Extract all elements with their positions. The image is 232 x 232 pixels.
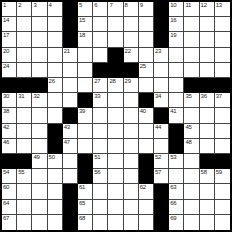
cell-r1-c14[interactable]: [215, 17, 230, 32]
cell-r0-c8[interactable]: 8: [124, 2, 139, 17]
cell-r13-c14[interactable]: [215, 200, 230, 215]
cell-r11-c7[interactable]: [108, 169, 123, 184]
clue-number: 69: [170, 215, 176, 222]
cell-r12-c13[interactable]: [200, 184, 215, 199]
cell-r11-c8[interactable]: [124, 169, 139, 184]
clue-number: 54: [3, 169, 9, 176]
cell-r5-c5[interactable]: [78, 78, 93, 93]
cell-r9-c5[interactable]: [78, 139, 93, 154]
clue-number: 9: [140, 2, 143, 9]
cell-r0-c1[interactable]: 2: [17, 2, 32, 17]
cell-r11-c3[interactable]: [48, 169, 63, 184]
block-cell-r0-c10: [154, 2, 169, 17]
cell-r13-c11[interactable]: 66: [169, 200, 184, 215]
clue-number: 61: [79, 184, 85, 191]
clue-number: 12: [201, 2, 207, 9]
cell-r6-c1[interactable]: 31: [17, 93, 32, 108]
clue-number: 36: [201, 93, 207, 100]
cell-r8-c0[interactable]: 42: [2, 124, 17, 139]
clue-number: 62: [140, 184, 146, 191]
clue-number: 29: [125, 78, 131, 85]
cell-r3-c13[interactable]: [200, 48, 215, 63]
cell-r3-c14[interactable]: [215, 48, 230, 63]
block-cell-r3-c7: [108, 48, 123, 63]
cell-r7-c11[interactable]: 41: [169, 108, 184, 123]
cell-r8-c9[interactable]: [139, 124, 154, 139]
cell-r10-c6[interactable]: 51: [93, 154, 108, 169]
cell-r2-c14[interactable]: [215, 32, 230, 47]
cell-r9-c7[interactable]: [108, 139, 123, 154]
cell-r2-c11[interactable]: 19: [169, 32, 184, 47]
cell-r8-c13[interactable]: [200, 124, 215, 139]
cell-r2-c2[interactable]: [32, 32, 47, 47]
cell-r7-c5[interactable]: 39: [78, 108, 93, 123]
clue-number: 10: [170, 2, 176, 9]
cell-r11-c14[interactable]: 59: [215, 169, 230, 184]
cell-r1-c11[interactable]: 16: [169, 17, 184, 32]
block-cell-r11-c5: [78, 169, 93, 184]
clue-number: 55: [18, 169, 24, 176]
clue-number: 57: [155, 169, 161, 176]
cell-r6-c14[interactable]: 37: [215, 93, 230, 108]
cell-r4-c10[interactable]: [154, 63, 169, 78]
clue-number: 67: [3, 215, 9, 222]
block-cell-r1-c4: [63, 17, 78, 32]
cell-r13-c9[interactable]: [139, 200, 154, 215]
cell-r13-c6[interactable]: [93, 200, 108, 215]
cell-r2-c5[interactable]: 18: [78, 32, 93, 47]
block-cell-r9-c3: [48, 139, 63, 154]
clue-number: 13: [216, 2, 222, 9]
block-cell-r4-c8: [124, 63, 139, 78]
cell-r9-c4[interactable]: 47: [63, 139, 78, 154]
cell-r4-c5[interactable]: [78, 63, 93, 78]
clue-number: 16: [170, 17, 176, 24]
cell-r11-c12[interactable]: [184, 169, 199, 184]
block-cell-r5-c1: [17, 78, 32, 93]
cell-r2-c3[interactable]: [48, 32, 63, 47]
cell-r1-c3[interactable]: [48, 17, 63, 32]
clue-number: 23: [155, 48, 161, 55]
cell-r9-c14[interactable]: [215, 139, 230, 154]
clue-number: 2: [18, 2, 21, 9]
clue-number: 49: [33, 154, 39, 161]
cell-r1-c8[interactable]: [124, 17, 139, 32]
cell-r3-c9[interactable]: [139, 48, 154, 63]
clue-number: 21: [64, 48, 70, 55]
block-cell-r4-c6: [93, 63, 108, 78]
block-cell-r10-c14: [215, 154, 230, 169]
clue-number: 40: [140, 108, 146, 115]
clue-number: 17: [3, 32, 9, 39]
cell-r7-c1[interactable]: [17, 108, 32, 123]
cell-r5-c9[interactable]: [139, 78, 154, 93]
cell-r14-c0[interactable]: 67: [2, 215, 17, 230]
cell-r11-c4[interactable]: [63, 169, 78, 184]
cell-r7-c12[interactable]: [184, 108, 199, 123]
clue-number: 34: [155, 93, 161, 100]
clue-number: 47: [64, 139, 70, 146]
cell-r14-c6[interactable]: [93, 215, 108, 230]
cell-r13-c12[interactable]: [184, 200, 199, 215]
cell-r6-c0[interactable]: 30: [2, 93, 17, 108]
block-cell-r0-c4: [63, 2, 78, 17]
block-cell-r5-c2: [32, 78, 47, 93]
cell-r1-c5[interactable]: 15: [78, 17, 93, 32]
cell-r12-c6[interactable]: [93, 184, 108, 199]
clue-number: 66: [170, 200, 176, 207]
cell-r14-c14[interactable]: [215, 215, 230, 230]
cell-r11-c1[interactable]: 55: [17, 169, 32, 184]
cell-r1-c1[interactable]: [17, 17, 32, 32]
cell-r9-c10[interactable]: [154, 139, 169, 154]
cell-r14-c13[interactable]: [200, 215, 215, 230]
block-cell-r4-c7: [108, 63, 123, 78]
cell-r5-c4[interactable]: [63, 78, 78, 93]
cell-r0-c12[interactable]: 11: [184, 2, 199, 17]
cell-r12-c1[interactable]: [17, 184, 32, 199]
cell-r3-c10[interactable]: 23: [154, 48, 169, 63]
cell-r7-c9[interactable]: 40: [139, 108, 154, 123]
cell-r12-c2[interactable]: [32, 184, 47, 199]
cell-r5-c6[interactable]: 27: [93, 78, 108, 93]
block-cell-r10-c0: [2, 154, 17, 169]
cell-r11-c6[interactable]: 56: [93, 169, 108, 184]
cell-r6-c3[interactable]: [48, 93, 63, 108]
cell-r1-c13[interactable]: [200, 17, 215, 32]
cell-r6-c8[interactable]: [124, 93, 139, 108]
cell-r4-c9[interactable]: 25: [139, 63, 154, 78]
cell-r1-c9[interactable]: [139, 17, 154, 32]
block-cell-r2-c10: [154, 32, 169, 47]
cell-r1-c12[interactable]: [184, 17, 199, 32]
clue-number: 68: [79, 215, 85, 222]
cell-r14-c12[interactable]: [184, 215, 199, 230]
cell-r14-c1[interactable]: [17, 215, 32, 230]
cell-r9-c6[interactable]: [93, 139, 108, 154]
cell-r9-c1[interactable]: [17, 139, 32, 154]
cell-r12-c9[interactable]: 62: [139, 184, 154, 199]
cell-r11-c2[interactable]: [32, 169, 47, 184]
clue-number: 46: [3, 139, 9, 146]
clue-number: 48: [185, 139, 191, 146]
block-cell-r12-c4: [63, 184, 78, 199]
cell-r4-c1[interactable]: [17, 63, 32, 78]
cell-r13-c1[interactable]: [17, 200, 32, 215]
clue-number: 52: [155, 154, 161, 161]
cell-r1-c2[interactable]: [32, 17, 47, 32]
clue-number: 5: [79, 2, 82, 9]
block-cell-r10-c13: [200, 154, 215, 169]
block-cell-r12-c10: [154, 184, 169, 199]
cell-r6-c2[interactable]: 32: [32, 93, 47, 108]
cell-r13-c8[interactable]: [124, 200, 139, 215]
block-cell-r5-c0: [2, 78, 17, 93]
clue-number: 45: [185, 124, 191, 131]
cell-r9-c13[interactable]: [200, 139, 215, 154]
clue-number: 60: [3, 184, 9, 191]
clue-number: 15: [79, 17, 85, 24]
cell-r7-c6[interactable]: [93, 108, 108, 123]
clue-number: 56: [94, 169, 100, 176]
block-cell-r8-c3: [48, 124, 63, 139]
cell-r14-c2[interactable]: [32, 215, 47, 230]
cell-r4-c11[interactable]: [169, 63, 184, 78]
cell-r10-c8[interactable]: [124, 154, 139, 169]
cell-r8-c4[interactable]: 43: [63, 124, 78, 139]
cell-r5-c11[interactable]: [169, 78, 184, 93]
clue-number: 35: [185, 93, 191, 100]
cell-r2-c7[interactable]: [108, 32, 123, 47]
clue-number: 43: [64, 124, 70, 131]
cell-r3-c3[interactable]: [48, 48, 63, 63]
cell-r12-c5[interactable]: 61: [78, 184, 93, 199]
cell-r9-c2[interactable]: [32, 139, 47, 154]
cell-r12-c0[interactable]: 60: [2, 184, 17, 199]
block-cell-r14-c10: [154, 215, 169, 230]
cell-r5-c3[interactable]: 26: [48, 78, 63, 93]
block-cell-r1-c10: [154, 17, 169, 32]
cell-r8-c6[interactable]: [93, 124, 108, 139]
crossword-grid: 1234567891011121314151617181920212223242…: [0, 0, 232, 232]
clue-number: 41: [170, 108, 176, 115]
clue-number: 18: [79, 32, 85, 39]
cell-r4-c13[interactable]: [200, 63, 215, 78]
clue-number: 38: [3, 108, 9, 115]
cell-r9-c9[interactable]: [139, 139, 154, 154]
clue-number: 19: [170, 32, 176, 39]
cell-r11-c13[interactable]: 58: [200, 169, 215, 184]
cell-r13-c13[interactable]: [200, 200, 215, 215]
block-cell-r5-c13: [200, 78, 215, 93]
cell-r12-c8[interactable]: [124, 184, 139, 199]
cell-r4-c0[interactable]: 24: [2, 63, 17, 78]
cell-r14-c7[interactable]: [108, 215, 123, 230]
clue-number: 4: [49, 2, 52, 9]
cell-r14-c3[interactable]: [48, 215, 63, 230]
cell-r6-c11[interactable]: [169, 93, 184, 108]
clue-number: 50: [49, 154, 55, 161]
clue-number: 63: [170, 184, 176, 191]
clue-number: 6: [94, 2, 97, 9]
cell-r12-c14[interactable]: [215, 184, 230, 199]
cell-r2-c9[interactable]: [139, 32, 154, 47]
block-cell-r8-c11: [169, 124, 184, 139]
cell-r7-c0[interactable]: 38: [2, 108, 17, 123]
cell-r6-c12[interactable]: 35: [184, 93, 199, 108]
cell-r6-c7[interactable]: [108, 93, 123, 108]
clue-number: 33: [94, 93, 100, 100]
cell-r10-c12[interactable]: [184, 154, 199, 169]
cell-r11-c0[interactable]: 54: [2, 169, 17, 184]
cell-r0-c2[interactable]: 3: [32, 2, 47, 17]
clue-number: 1: [3, 2, 6, 9]
clue-number: 14: [3, 17, 9, 24]
cell-r14-c11[interactable]: 69: [169, 215, 184, 230]
cell-r8-c10[interactable]: 44: [154, 124, 169, 139]
cell-r13-c3[interactable]: [48, 200, 63, 215]
cell-r11-c10[interactable]: 57: [154, 169, 169, 184]
cell-r4-c2[interactable]: [32, 63, 47, 78]
cell-r14-c8[interactable]: [124, 215, 139, 230]
block-cell-r6-c5: [78, 93, 93, 108]
cell-r8-c1[interactable]: [17, 124, 32, 139]
clue-number: 30: [3, 93, 9, 100]
block-cell-r7-c10: [154, 108, 169, 123]
clue-number: 27: [94, 78, 100, 85]
cell-r6-c10[interactable]: 34: [154, 93, 169, 108]
block-cell-r5-c12: [184, 78, 199, 93]
clue-number: 37: [216, 93, 222, 100]
cell-r4-c3[interactable]: [48, 63, 63, 78]
clue-number: 24: [3, 63, 9, 70]
block-cell-r11-c9: [139, 169, 154, 184]
cell-r13-c5[interactable]: 65: [78, 200, 93, 215]
cell-r12-c3[interactable]: [48, 184, 63, 199]
cell-r14-c9[interactable]: [139, 215, 154, 230]
cell-r0-c5[interactable]: 5: [78, 2, 93, 17]
cell-r7-c14[interactable]: [215, 108, 230, 123]
cell-r3-c6[interactable]: [93, 48, 108, 63]
cell-r6-c4[interactable]: [63, 93, 78, 108]
cell-r0-c7[interactable]: 7: [108, 2, 123, 17]
clue-number: 58: [201, 169, 207, 176]
cell-r0-c14[interactable]: 13: [215, 2, 230, 17]
clue-number: 44: [155, 124, 161, 131]
clue-number: 59: [216, 169, 222, 176]
clue-number: 11: [185, 2, 191, 9]
cell-r3-c4[interactable]: 21: [63, 48, 78, 63]
block-cell-r2-c4: [63, 32, 78, 47]
cell-r12-c12[interactable]: [184, 184, 199, 199]
block-cell-r10-c5: [78, 154, 93, 169]
cell-r6-c13[interactable]: 36: [200, 93, 215, 108]
cell-r13-c7[interactable]: [108, 200, 123, 215]
cell-r5-c8[interactable]: 29: [124, 78, 139, 93]
cell-r9-c0[interactable]: 46: [2, 139, 17, 154]
clue-number: 53: [170, 154, 176, 161]
clue-number: 20: [3, 48, 9, 55]
cell-r2-c12[interactable]: [184, 32, 199, 47]
cell-r3-c2[interactable]: [32, 48, 47, 63]
clue-number: 39: [79, 108, 85, 115]
cell-r2-c0[interactable]: 17: [2, 32, 17, 47]
clue-number: 28: [109, 78, 115, 85]
cell-r13-c0[interactable]: 64: [2, 200, 17, 215]
block-cell-r6-c9: [139, 93, 154, 108]
cell-r3-c12[interactable]: [184, 48, 199, 63]
clue-number: 42: [3, 124, 9, 131]
cell-r3-c5[interactable]: [78, 48, 93, 63]
cell-r10-c7[interactable]: [108, 154, 123, 169]
cell-r0-c0[interactable]: 1: [2, 2, 17, 17]
clue-number: 32: [33, 93, 39, 100]
cell-r0-c3[interactable]: 4: [48, 2, 63, 17]
cell-r8-c2[interactable]: [32, 124, 47, 139]
cell-r14-c5[interactable]: 68: [78, 215, 93, 230]
clue-number: 51: [94, 154, 100, 161]
cell-r0-c11[interactable]: 10: [169, 2, 184, 17]
cell-r2-c8[interactable]: [124, 32, 139, 47]
cell-r12-c11[interactable]: 63: [169, 184, 184, 199]
cell-r8-c7[interactable]: [108, 124, 123, 139]
cell-r7-c7[interactable]: [108, 108, 123, 123]
clue-number: 7: [109, 2, 112, 9]
cell-r5-c7[interactable]: 28: [108, 78, 123, 93]
clue-number: 8: [125, 2, 128, 9]
cell-r1-c7[interactable]: [108, 17, 123, 32]
clue-number: 65: [79, 200, 85, 207]
cell-r2-c6[interactable]: [93, 32, 108, 47]
cell-r0-c6[interactable]: 6: [93, 2, 108, 17]
cell-r3-c8[interactable]: 22: [124, 48, 139, 63]
cell-r7-c2[interactable]: [32, 108, 47, 123]
cell-r3-c11[interactable]: [169, 48, 184, 63]
block-cell-r14-c4: [63, 215, 78, 230]
cell-r12-c7[interactable]: [108, 184, 123, 199]
cell-r0-c13[interactable]: 12: [200, 2, 215, 17]
block-cell-r9-c11: [169, 139, 184, 154]
block-cell-r7-c4: [63, 108, 78, 123]
cell-r10-c2[interactable]: 49: [32, 154, 47, 169]
cell-r2-c13[interactable]: [200, 32, 215, 47]
clue-number: 22: [125, 48, 131, 55]
block-cell-r5-c14: [215, 78, 230, 93]
cell-r9-c12[interactable]: 48: [184, 139, 199, 154]
cell-r7-c3[interactable]: [48, 108, 63, 123]
cell-r13-c2[interactable]: [32, 200, 47, 215]
cell-r8-c8[interactable]: [124, 124, 139, 139]
cell-r9-c8[interactable]: [124, 139, 139, 154]
block-cell-r10-c1: [17, 154, 32, 169]
cell-r1-c0[interactable]: 14: [2, 17, 17, 32]
cell-r10-c3[interactable]: 50: [48, 154, 63, 169]
cell-r8-c14[interactable]: [215, 124, 230, 139]
cell-r8-c5[interactable]: [78, 124, 93, 139]
cell-r7-c8[interactable]: [124, 108, 139, 123]
clue-number: 31: [18, 93, 24, 100]
cell-r4-c14[interactable]: [215, 63, 230, 78]
cell-r0-c9[interactable]: 9: [139, 2, 154, 17]
clue-number: 64: [3, 200, 9, 207]
clue-number: 26: [49, 78, 55, 85]
cell-r3-c1[interactable]: [17, 48, 32, 63]
cell-r4-c4[interactable]: [63, 63, 78, 78]
cell-r5-c10[interactable]: [154, 78, 169, 93]
cell-r8-c12[interactable]: 45: [184, 124, 199, 139]
cell-r1-c6[interactable]: [93, 17, 108, 32]
cell-r7-c13[interactable]: [200, 108, 215, 123]
cell-r3-c0[interactable]: 20: [2, 48, 17, 63]
cell-r6-c6[interactable]: 33: [93, 93, 108, 108]
cell-r2-c1[interactable]: [17, 32, 32, 47]
cell-r4-c12[interactable]: [184, 63, 199, 78]
block-cell-r10-c9: [139, 154, 154, 169]
cell-r10-c11[interactable]: 53: [169, 154, 184, 169]
cell-r10-c4[interactable]: [63, 154, 78, 169]
clue-number: 3: [33, 2, 36, 9]
clue-number: 25: [140, 63, 146, 70]
block-cell-r13-c4: [63, 200, 78, 215]
cell-r10-c10[interactable]: 52: [154, 154, 169, 169]
block-cell-r13-c10: [154, 200, 169, 215]
cell-r11-c11[interactable]: [169, 169, 184, 184]
